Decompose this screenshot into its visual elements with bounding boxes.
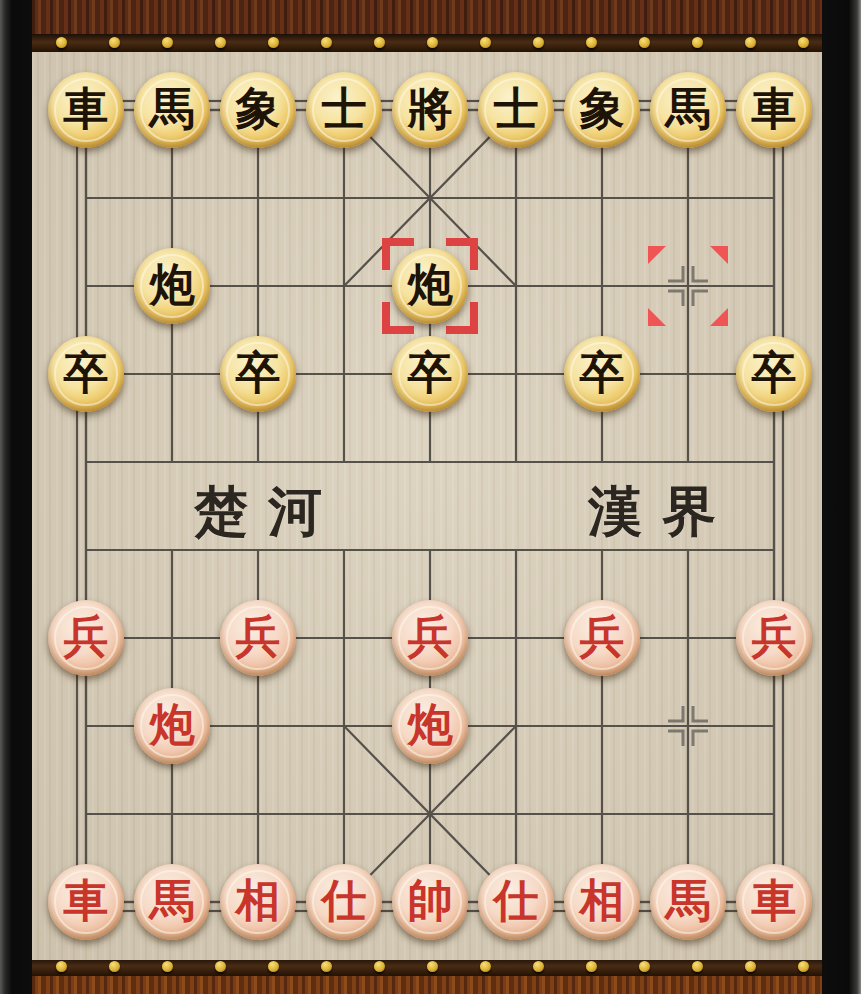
gold-stud-icon bbox=[109, 961, 120, 972]
piece-glyph: 卒 bbox=[580, 335, 625, 411]
stud-rail-top bbox=[32, 34, 822, 52]
piece-glyph: 車 bbox=[64, 863, 109, 939]
frame-side-left bbox=[0, 0, 32, 994]
gold-stud-icon bbox=[56, 37, 67, 48]
piece-glyph: 炮 bbox=[408, 247, 453, 323]
piece-black-horse[interactable]: 馬 bbox=[134, 72, 210, 148]
piece-black-advisor[interactable]: 士 bbox=[306, 72, 382, 148]
gold-stud-icon bbox=[745, 961, 756, 972]
river-label-right: 漢界 bbox=[568, 476, 736, 549]
piece-glyph: 車 bbox=[752, 863, 797, 939]
gold-stud-icon bbox=[162, 961, 173, 972]
piece-red-chariot[interactable]: 車 bbox=[48, 864, 124, 940]
gold-stud-icon bbox=[480, 37, 491, 48]
piece-glyph: 卒 bbox=[64, 335, 109, 411]
piece-glyph: 兵 bbox=[752, 599, 797, 675]
piece-glyph: 炮 bbox=[150, 687, 195, 763]
piece-glyph: 將 bbox=[408, 71, 453, 147]
piece-glyph: 車 bbox=[752, 71, 797, 147]
gold-stud-icon bbox=[798, 961, 809, 972]
gold-stud-icon bbox=[374, 961, 385, 972]
piece-glyph: 炮 bbox=[408, 687, 453, 763]
frame-wood-top bbox=[32, 0, 822, 34]
piece-glyph: 兵 bbox=[580, 599, 625, 675]
piece-red-elephant[interactable]: 相 bbox=[220, 864, 296, 940]
piece-black-chariot[interactable]: 車 bbox=[48, 72, 124, 148]
stud-rail-bottom bbox=[32, 958, 822, 976]
gold-stud-icon bbox=[427, 37, 438, 48]
piece-black-pawn[interactable]: 卒 bbox=[220, 336, 296, 412]
piece-red-horse[interactable]: 馬 bbox=[134, 864, 210, 940]
piece-red-elephant[interactable]: 相 bbox=[564, 864, 640, 940]
piece-black-cannon[interactable]: 炮 bbox=[134, 248, 210, 324]
piece-glyph: 馬 bbox=[666, 71, 711, 147]
gold-stud-icon bbox=[798, 37, 809, 48]
piece-red-pawn[interactable]: 兵 bbox=[48, 600, 124, 676]
piece-red-pawn[interactable]: 兵 bbox=[736, 600, 812, 676]
gold-stud-icon bbox=[586, 37, 597, 48]
piece-glyph: 相 bbox=[580, 863, 625, 939]
piece-black-advisor[interactable]: 士 bbox=[478, 72, 554, 148]
piece-glyph: 仕 bbox=[494, 863, 539, 939]
gold-stud-icon bbox=[586, 961, 597, 972]
piece-glyph: 仕 bbox=[322, 863, 367, 939]
piece-black-cannon[interactable]: 炮 bbox=[392, 248, 468, 324]
piece-black-horse[interactable]: 馬 bbox=[650, 72, 726, 148]
piece-glyph: 馬 bbox=[666, 863, 711, 939]
piece-glyph: 兵 bbox=[236, 599, 281, 675]
gold-stud-icon bbox=[162, 37, 173, 48]
piece-black-pawn[interactable]: 卒 bbox=[564, 336, 640, 412]
piece-glyph: 車 bbox=[64, 71, 109, 147]
gold-stud-icon bbox=[215, 961, 226, 972]
piece-red-general[interactable]: 帥 bbox=[392, 864, 468, 940]
gold-stud-icon bbox=[321, 961, 332, 972]
gold-stud-icon bbox=[639, 37, 650, 48]
piece-glyph: 兵 bbox=[408, 599, 453, 675]
gold-stud-icon bbox=[268, 961, 279, 972]
piece-black-elephant[interactable]: 象 bbox=[220, 72, 296, 148]
piece-red-chariot[interactable]: 車 bbox=[736, 864, 812, 940]
gold-stud-icon bbox=[692, 961, 703, 972]
river-label-left: 楚河 bbox=[174, 476, 342, 549]
gold-stud-icon bbox=[692, 37, 703, 48]
piece-glyph: 卒 bbox=[236, 335, 281, 411]
gold-stud-icon bbox=[533, 37, 544, 48]
piece-glyph: 帥 bbox=[408, 863, 453, 939]
piece-glyph: 卒 bbox=[752, 335, 797, 411]
piece-black-pawn[interactable]: 卒 bbox=[736, 336, 812, 412]
piece-red-pawn[interactable]: 兵 bbox=[564, 600, 640, 676]
piece-glyph: 士 bbox=[494, 71, 539, 147]
gold-stud-icon bbox=[745, 37, 756, 48]
piece-glyph: 相 bbox=[236, 863, 281, 939]
piece-black-pawn[interactable]: 卒 bbox=[48, 336, 124, 412]
piece-red-cannon[interactable]: 炮 bbox=[134, 688, 210, 764]
gold-stud-icon bbox=[321, 37, 332, 48]
gold-stud-icon bbox=[374, 37, 385, 48]
piece-glyph: 士 bbox=[322, 71, 367, 147]
piece-glyph: 馬 bbox=[150, 71, 195, 147]
gold-stud-icon bbox=[533, 961, 544, 972]
piece-red-horse[interactable]: 馬 bbox=[650, 864, 726, 940]
piece-red-advisor[interactable]: 仕 bbox=[478, 864, 554, 940]
frame-side-right bbox=[822, 0, 861, 994]
piece-black-elephant[interactable]: 象 bbox=[564, 72, 640, 148]
xiangqi-app: 楚河 漢界 車馬象士將士象馬車炮炮卒卒卒卒卒兵兵兵兵兵炮炮車馬相仕帥仕相馬車 bbox=[0, 0, 861, 994]
piece-black-general[interactable]: 將 bbox=[392, 72, 468, 148]
gold-stud-icon bbox=[480, 961, 491, 972]
piece-red-pawn[interactable]: 兵 bbox=[220, 600, 296, 676]
gold-stud-icon bbox=[56, 961, 67, 972]
piece-red-pawn[interactable]: 兵 bbox=[392, 600, 468, 676]
piece-black-pawn[interactable]: 卒 bbox=[392, 336, 468, 412]
piece-glyph: 馬 bbox=[150, 863, 195, 939]
frame-wood-bottom bbox=[32, 976, 822, 994]
piece-black-chariot[interactable]: 車 bbox=[736, 72, 812, 148]
gold-stud-icon bbox=[215, 37, 226, 48]
piece-red-cannon[interactable]: 炮 bbox=[392, 688, 468, 764]
piece-red-advisor[interactable]: 仕 bbox=[306, 864, 382, 940]
piece-glyph: 兵 bbox=[64, 599, 109, 675]
piece-glyph: 象 bbox=[236, 71, 281, 147]
piece-glyph: 炮 bbox=[150, 247, 195, 323]
piece-glyph: 卒 bbox=[408, 335, 453, 411]
gold-stud-icon bbox=[109, 37, 120, 48]
gold-stud-icon bbox=[268, 37, 279, 48]
piece-glyph: 象 bbox=[580, 71, 625, 147]
gold-stud-icon bbox=[427, 961, 438, 972]
gold-stud-icon bbox=[639, 961, 650, 972]
